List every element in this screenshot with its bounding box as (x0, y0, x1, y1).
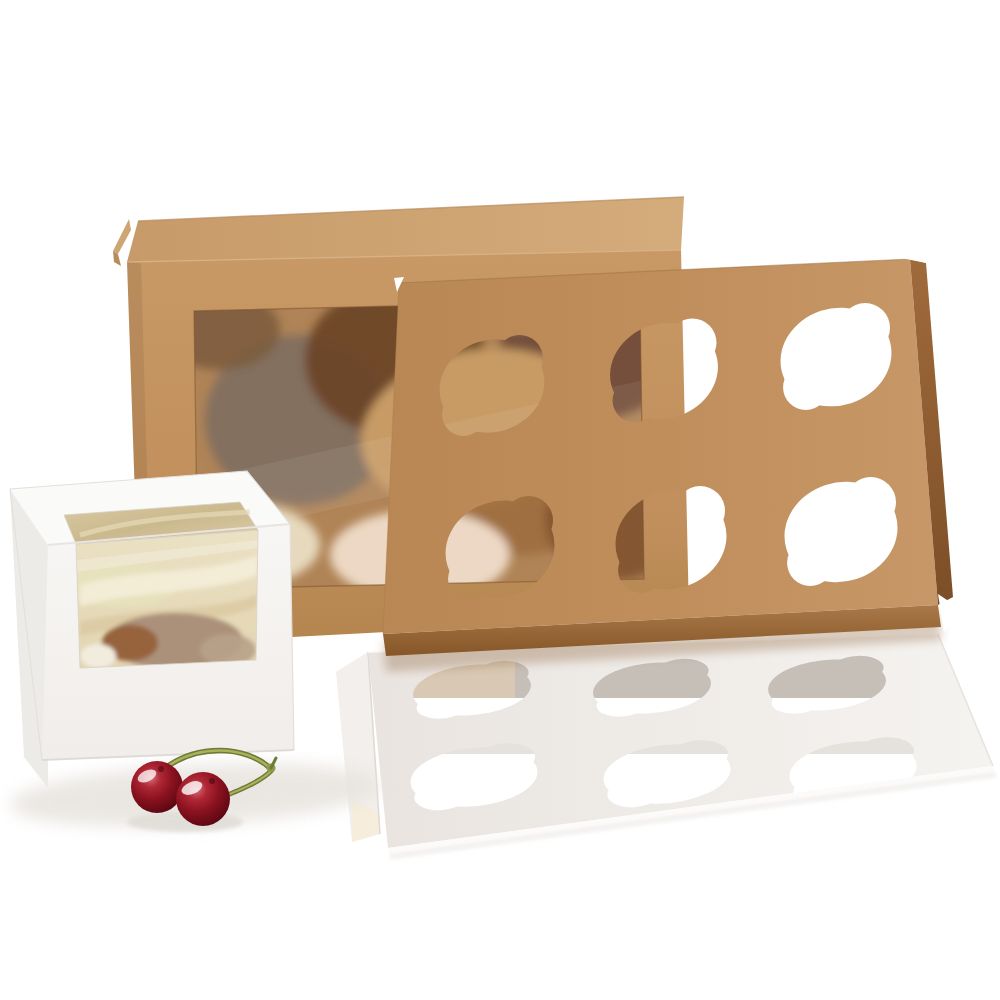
scene-canvas (0, 0, 1000, 1000)
cherry-right (176, 772, 230, 826)
cherry-left-stem-dimple (158, 766, 164, 772)
white-box-window-front (62, 525, 265, 675)
cherry-left (131, 761, 183, 813)
product-photo-scene (0, 0, 1000, 1000)
kraft-insert-tray (383, 246, 962, 672)
cherry-right-stem-dimple (209, 778, 215, 784)
kraft-tray-face (383, 259, 938, 634)
